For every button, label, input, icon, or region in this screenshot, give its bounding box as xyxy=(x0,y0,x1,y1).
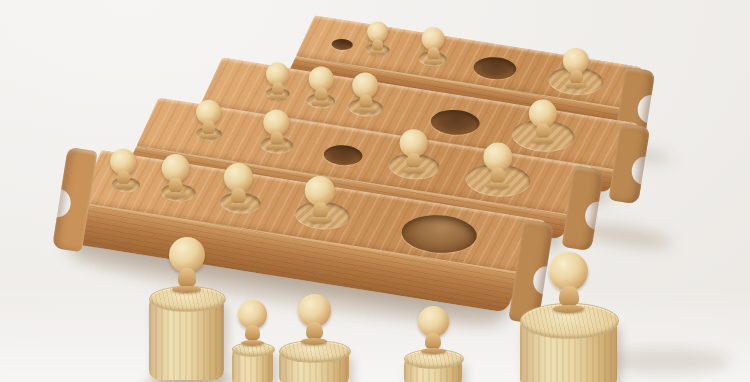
knob-base xyxy=(311,100,331,105)
knob-base xyxy=(565,83,586,88)
product-photo-stage xyxy=(0,0,750,382)
knob-base xyxy=(355,107,376,112)
cylinder-knob xyxy=(162,154,190,198)
knob-base xyxy=(165,192,187,198)
knob-base xyxy=(301,338,327,345)
knob-stem xyxy=(559,286,579,307)
cylinder-knob xyxy=(265,62,288,99)
cylinder-knob xyxy=(563,48,589,88)
loose-cylinder-medium xyxy=(149,298,224,380)
knob-base xyxy=(553,305,584,313)
loose-cylinder-small-2 xyxy=(279,350,349,382)
knob-base xyxy=(241,340,264,346)
knob-stem xyxy=(202,121,215,135)
floor-shadow xyxy=(600,348,730,374)
socket-1-empty xyxy=(329,38,355,52)
knob-stem xyxy=(271,82,283,95)
socket-5-empty xyxy=(394,210,484,257)
knob-base xyxy=(172,286,201,293)
cylinder-knob xyxy=(169,237,205,293)
socket-4-empty xyxy=(469,55,520,82)
knob-base xyxy=(424,59,442,64)
cylinder-knob xyxy=(400,129,428,173)
loose-cylinder-large xyxy=(520,320,617,382)
knob-stem xyxy=(569,70,582,84)
knob-base xyxy=(113,184,134,189)
knob-base xyxy=(226,203,249,209)
cylinder-knob xyxy=(352,72,378,112)
loose-cylinder-small-1 xyxy=(232,348,273,382)
knob-base xyxy=(268,94,286,99)
knob-base xyxy=(421,348,446,354)
cylinder-knob xyxy=(483,143,512,189)
cylinder-knob xyxy=(298,294,331,345)
knob-stem xyxy=(117,171,130,185)
cylinder-knob xyxy=(305,176,335,223)
loose-cylinder-small-3 xyxy=(404,358,462,382)
knob-stem xyxy=(427,47,439,60)
knob-base xyxy=(308,217,332,223)
cylinder-knob xyxy=(418,306,449,354)
cylinder-knob xyxy=(223,163,252,209)
cylinder-knob xyxy=(529,100,557,144)
knob-stem xyxy=(314,87,327,101)
cylinder-knob xyxy=(110,149,136,189)
cylinder-knob xyxy=(549,252,588,313)
cylinder-knob xyxy=(196,100,221,139)
knob-base xyxy=(266,144,287,149)
knob-base xyxy=(369,50,386,54)
cylinder-knob xyxy=(238,300,267,346)
cylinder-knob xyxy=(421,27,444,64)
knob-base xyxy=(532,138,554,144)
cylinder-knob xyxy=(308,66,333,105)
knob-stem xyxy=(270,131,283,145)
knob-stem xyxy=(169,178,183,193)
knob-stem xyxy=(359,94,372,108)
knob-stem xyxy=(230,188,245,204)
knob-stem xyxy=(490,168,505,184)
knob-base xyxy=(198,134,218,139)
knob-stem xyxy=(245,325,260,341)
knob-stem xyxy=(407,153,421,168)
knob-stem xyxy=(178,268,196,288)
socket-3-empty xyxy=(320,143,366,168)
cylinder-knob xyxy=(263,109,289,149)
cylinder-knob xyxy=(367,21,388,54)
knob-stem xyxy=(536,124,550,139)
socket-4-empty xyxy=(426,107,484,138)
knob-base xyxy=(486,183,509,189)
knob-base xyxy=(403,167,425,173)
